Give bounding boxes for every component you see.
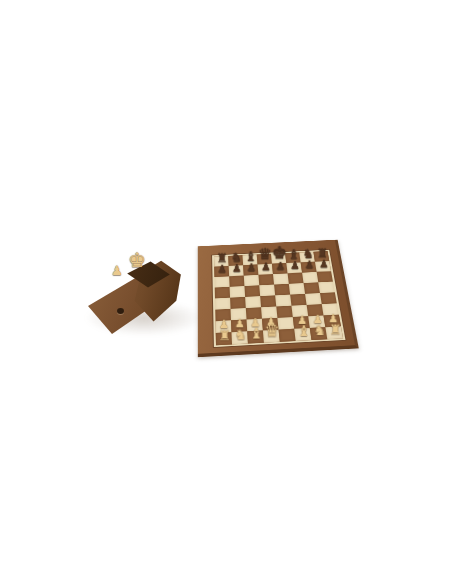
square-d4 — [260, 295, 276, 307]
square-g5 — [304, 282, 320, 294]
square-a6 — [214, 276, 229, 287]
board-scene: ♜♞♝♛♚♝♞♜♟♟♟♟♟♟♟♟♟♟♟♟♟♟♟♜♞♝♛♝♞♜ — [0, 0, 452, 584]
square-e4 — [275, 295, 291, 307]
square-f2: ♟ — [293, 316, 310, 329]
square-b2: ♟ — [231, 320, 247, 333]
square-c2: ♟ — [247, 319, 263, 332]
chess-board: ♜♞♝♛♚♝♞♜♟♟♟♟♟♟♟♟♟♟♟♟♟♟♟♜♞♝♛♝♞♜ — [198, 240, 359, 358]
square-b7: ♟ — [229, 265, 244, 276]
square-a5 — [215, 287, 230, 299]
square-d3 — [261, 306, 277, 318]
square-c6 — [244, 275, 259, 286]
square-f5 — [289, 283, 305, 295]
square-e2 — [277, 317, 294, 330]
square-a3 — [215, 309, 231, 321]
square-g6 — [302, 272, 318, 283]
square-g3 — [307, 304, 324, 316]
square-c1: ♝ — [247, 331, 264, 344]
square-a4 — [215, 298, 231, 310]
square-f3 — [291, 305, 308, 317]
square-h3 — [322, 303, 339, 315]
square-a1: ♜ — [216, 332, 232, 345]
square-h6 — [317, 271, 333, 282]
square-b5 — [230, 286, 246, 298]
square-f4 — [290, 294, 306, 306]
square-a2: ♟ — [215, 320, 231, 333]
square-a8: ♜ — [214, 256, 229, 267]
product-photo: ♟ ♚ ♜♞♝♛♚♝♞♜♟♟♟♟♟♟♟♟♟♟♟♟♟♟♟♜♞♝♛♝♞♜ — [0, 0, 452, 584]
square-e1 — [279, 329, 296, 342]
square-c5 — [244, 285, 260, 297]
square-b4 — [230, 297, 246, 309]
square-d1: ♛ — [263, 330, 280, 343]
square-h5 — [318, 282, 335, 293]
square-h2: ♟ — [324, 315, 341, 328]
square-f8: ♝ — [285, 252, 301, 263]
square-f1: ♝ — [294, 328, 311, 341]
square-e6 — [273, 273, 289, 284]
square-b1: ♞ — [232, 331, 248, 344]
square-d5 — [259, 285, 275, 297]
square-b3 — [231, 308, 247, 320]
square-c4 — [245, 296, 261, 308]
square-e5 — [274, 284, 290, 296]
square-e7: ♟ — [272, 263, 288, 274]
square-g1: ♞ — [310, 327, 327, 340]
square-h1: ♜ — [325, 326, 343, 339]
square-e3 — [276, 306, 293, 318]
square-g4 — [305, 293, 322, 305]
square-d6 — [258, 274, 274, 285]
square-g2: ♟ — [308, 315, 325, 328]
chess-board-grid: ♜♞♝♛♚♝♞♜♟♟♟♟♟♟♟♟♟♟♟♟♟♟♟♜♞♝♛♝♞♜ — [212, 250, 345, 347]
square-d2: ♟ — [262, 318, 279, 331]
square-f6 — [288, 273, 304, 284]
square-b6 — [229, 275, 244, 286]
board-frame: ♜♞♝♛♚♝♞♜♟♟♟♟♟♟♟♟♟♟♟♟♟♟♟♜♞♝♛♝♞♜ — [198, 240, 359, 358]
square-c3 — [246, 307, 262, 319]
square-h4 — [320, 292, 337, 304]
